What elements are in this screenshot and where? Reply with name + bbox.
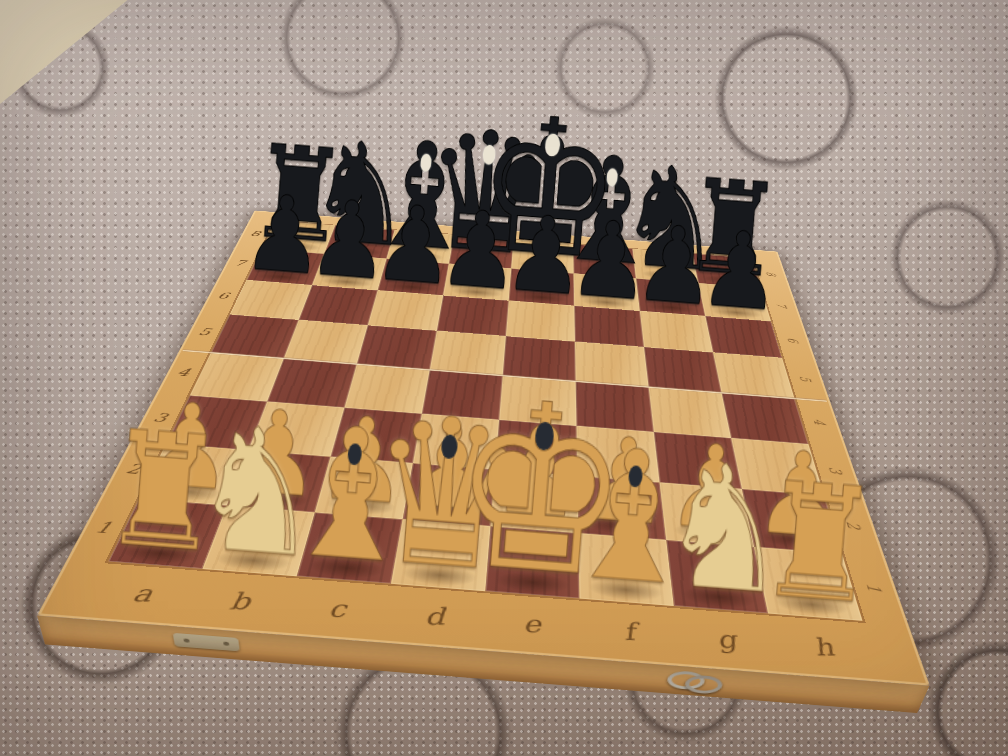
square-b5[interactable] [284,320,368,364]
square-h1[interactable]: ♜ [754,547,862,621]
square-e7[interactable]: ♟ [509,269,575,306]
finial-tip [544,133,560,156]
finial-tip [535,422,555,451]
square-h7[interactable]: ♟ [698,283,770,321]
square-c5[interactable] [357,325,437,370]
file-label-e: e [482,601,584,648]
square-g6[interactable] [640,311,713,352]
file-label-g: g [672,616,781,664]
file-label-d: d [384,593,484,640]
piece-glyph: ♜ [753,471,884,615]
file-label-c: c [285,586,388,632]
clasp-ring-icon [683,674,724,694]
piece-glyph: ♜ [98,420,229,564]
square-d6[interactable] [437,295,509,336]
square-a1[interactable]: ♜ [108,499,227,569]
file-label-f: f [577,608,683,656]
square-e6[interactable] [506,301,575,342]
file-label-h: h [767,623,880,671]
clasp-rings-icon [665,670,726,693]
photo-scene: ♜♞♝♛♚♝♞♜♟♟♟♟♟♟♟♟♟♟♟♟♟♟♟♟♜♞♝♛♚♝♞♜ 8765432… [0,0,1008,756]
file-label-b: b [185,578,293,624]
square-c6[interactable] [368,290,443,330]
piece-glyph: ♚ [445,386,636,595]
square-f6[interactable] [574,306,644,347]
file-label-a: a [85,571,198,617]
piece-glyph: ♟ [698,223,784,318]
square-e1[interactable]: ♚ [485,526,579,598]
square-f7[interactable]: ♟ [574,273,640,310]
square-a6[interactable] [230,280,312,320]
finial-tip [347,444,362,467]
square-g7[interactable]: ♟ [636,278,705,316]
hinge-icon [172,633,239,652]
square-b6[interactable] [299,285,378,325]
